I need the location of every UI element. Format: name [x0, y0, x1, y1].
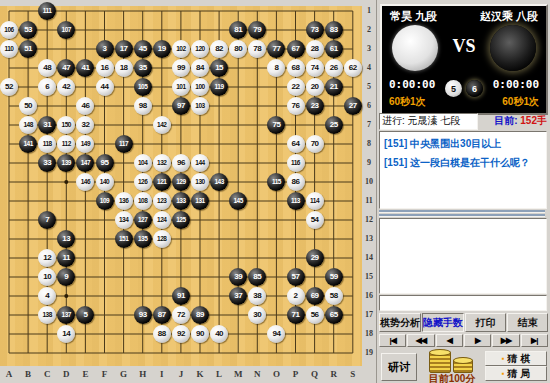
stone-black-71: 71 [287, 306, 305, 324]
stone-black-141: 141 [19, 135, 37, 153]
white-counter-ball: 5 [445, 80, 462, 97]
stone-white-54: 54 [306, 211, 324, 229]
stone-black-21: 21 [325, 78, 343, 96]
row-label-18: 18 [362, 329, 376, 338]
footer: 研讨 目前100分 ▪猜 棋 ▪猜 局 [377, 349, 550, 383]
score-label: 目前100分 [407, 372, 497, 383]
stone-black-15: 15 [210, 59, 228, 77]
stone-white-102: 102 [172, 40, 190, 58]
stone-white-101: 101 [172, 78, 190, 96]
stone-white-108: 108 [134, 192, 152, 210]
column-label-N: N [249, 369, 265, 379]
row-label-17: 17 [362, 310, 376, 319]
column-label-C: C [39, 369, 55, 379]
stone-black-83: 83 [325, 21, 343, 39]
toolbar-button-0[interactable]: 棋势分析 [379, 313, 421, 332]
stone-black-129: 129 [172, 173, 190, 191]
column-label-A: A [1, 369, 17, 379]
stone-white-142: 142 [153, 116, 171, 134]
stone-white-103: 103 [191, 97, 209, 115]
stone-white-52: 52 [0, 78, 18, 96]
stone-black-69: 69 [306, 287, 324, 305]
stone-white-140: 140 [96, 173, 114, 191]
stone-black-121: 121 [153, 173, 171, 191]
stone-black-117: 117 [115, 135, 133, 153]
row-label-7: 7 [362, 120, 376, 129]
column-label-F: F [97, 369, 113, 379]
stone-white-92: 92 [172, 325, 190, 343]
column-label-L: L [211, 369, 227, 379]
column-label-E: E [77, 369, 93, 379]
column-label-S: S [345, 369, 361, 379]
move-count: 目前: 152手 [494, 114, 547, 128]
black-byoyomi: 60秒1次 [502, 95, 539, 109]
stone-black-143: 143 [210, 173, 228, 191]
column-label-H: H [135, 369, 151, 379]
column-label-K: K [192, 369, 208, 379]
row-label-12: 12 [362, 215, 376, 224]
stone-black-17: 17 [115, 40, 133, 58]
stone-black-19: 19 [153, 40, 171, 58]
stone-black-95: 95 [96, 154, 114, 172]
guess-game-button[interactable]: ▪猜 局 [485, 366, 547, 381]
stone-black-119: 119 [210, 78, 228, 96]
column-label-P: P [288, 369, 304, 379]
stone-black-97: 97 [172, 97, 190, 115]
stone-white-64: 64 [287, 135, 305, 153]
guess-move-button[interactable]: ▪猜 棋 [485, 351, 547, 366]
stone-black-67: 67 [287, 40, 305, 58]
vcr-button-1[interactable]: ◀◀ [407, 334, 434, 347]
stone-white-28: 28 [306, 40, 324, 58]
white-player-name: 常昊 九段 [390, 9, 437, 24]
pane-splitter[interactable] [379, 209, 545, 216]
stone-black-125: 125 [172, 211, 190, 229]
players-box: 常昊 九段 赵汉乘 八段 VS 0:00:00 0:00:00 5 6 60秒1… [380, 4, 548, 115]
stone-white-44: 44 [96, 78, 114, 96]
row-label-5: 5 [362, 82, 376, 91]
stone-black-135: 135 [134, 230, 152, 248]
white-clock: 0:00:00 [389, 78, 435, 91]
row-label-16: 16 [362, 291, 376, 300]
stone-white-74: 74 [306, 59, 324, 77]
stone-white-90: 90 [191, 325, 209, 343]
toolbar-button-3[interactable]: 结束 [507, 313, 548, 332]
stone-black-35: 35 [134, 59, 152, 77]
stone-black-87: 87 [153, 306, 171, 324]
stone-white-123: 123 [153, 192, 171, 210]
stone-black-53: 53 [19, 21, 37, 39]
stone-white-22: 22 [287, 78, 305, 96]
commentary-pane[interactable]: [151] 中央黑围出30目以上[151] 这一段白棋是在干什么呢？ [379, 131, 547, 209]
stone-white-68: 68 [287, 59, 305, 77]
side-panel: 常昊 九段 赵汉乘 八段 VS 0:00:00 0:00:00 5 6 60秒1… [376, 0, 550, 383]
row-label-14: 14 [362, 253, 376, 262]
row-label-15: 15 [362, 272, 376, 281]
stone-white-82: 82 [210, 40, 228, 58]
presenter-label: 进行: [382, 115, 405, 126]
toolbar-button-2[interactable]: 打印 [465, 313, 506, 332]
toolbar-button-1[interactable]: 隐藏手数 [422, 313, 464, 332]
stone-white-100: 100 [191, 78, 209, 96]
column-label-Q: Q [307, 369, 323, 379]
vs-label: VS [382, 36, 546, 57]
stone-black-29: 29 [306, 249, 324, 267]
stone-black-109: 109 [96, 192, 114, 210]
stone-white-20: 20 [306, 78, 324, 96]
black-player-name: 赵汉乘 八段 [480, 9, 538, 24]
stone-black-23: 23 [306, 97, 324, 115]
stone-black-61: 61 [325, 40, 343, 58]
stone-black-105: 105 [134, 78, 152, 96]
stone-white-148: 148 [19, 116, 37, 134]
presenter-value: 元晟溱 七段 [405, 115, 461, 126]
column-label-J: J [173, 369, 189, 379]
coins-icon-small [453, 359, 473, 373]
stone-white-126: 126 [134, 173, 152, 191]
stone-white-132: 132 [153, 154, 171, 172]
star-point [64, 294, 68, 298]
status-row: 进行: 元晟溱 七段 目前: 152手 [379, 113, 549, 129]
chat-input[interactable] [379, 295, 547, 311]
stone-black-89: 89 [191, 306, 209, 324]
row-label-4: 4 [362, 63, 376, 72]
stone-white-56: 56 [306, 306, 324, 324]
stone-white-16: 16 [96, 59, 114, 77]
stone-white-130: 130 [191, 173, 209, 191]
toolbar: 棋势分析隐藏手数打印结束 [379, 313, 549, 332]
stone-black-113: 113 [287, 192, 305, 210]
vcr-button-5[interactable]: ▶| [521, 334, 548, 347]
stone-white-124: 124 [153, 211, 171, 229]
vcr-button-3[interactable]: ▶ [464, 334, 491, 347]
go-board[interactable]: ABCDEFGHIJKLMNOPQRS123456789101112131415… [0, 0, 376, 383]
row-label-19: 19 [362, 348, 376, 357]
stone-white-88: 88 [153, 325, 171, 343]
stone-white-98: 98 [134, 97, 152, 115]
vcr-button-2[interactable]: ◀ [436, 334, 463, 347]
stone-white-110: 110 [0, 40, 18, 58]
stone-black-3: 3 [96, 40, 114, 58]
stone-black-57: 57 [287, 268, 305, 286]
white-byoyomi: 60秒1次 [389, 95, 426, 109]
stone-black-45: 45 [134, 40, 152, 58]
row-label-6: 6 [362, 101, 376, 110]
stone-white-120: 120 [191, 40, 209, 58]
player-names: 常昊 九段 赵汉乘 八段 [382, 9, 546, 24]
row-label-11: 11 [362, 196, 376, 205]
stone-black-131: 131 [191, 192, 209, 210]
stone-black-151: 151 [115, 230, 133, 248]
stone-black-65: 65 [325, 306, 343, 324]
stone-white-136: 136 [115, 192, 133, 210]
orange-bullet-icon: ▪ [502, 354, 505, 363]
stone-white-106: 106 [0, 21, 18, 39]
stone-white-70: 70 [306, 135, 324, 153]
stone-white-26: 26 [325, 59, 343, 77]
row-label-2: 2 [362, 25, 376, 34]
stone-white-128: 128 [153, 230, 171, 248]
column-label-D: D [58, 369, 74, 379]
chat-pane[interactable] [379, 218, 547, 294]
stone-white-2: 2 [287, 287, 305, 305]
column-label-G: G [116, 369, 132, 379]
row-label-1: 1 [362, 6, 376, 15]
star-point [64, 180, 68, 184]
row-label-9: 9 [362, 158, 376, 167]
stone-white-144: 144 [191, 154, 209, 172]
row-label-13: 13 [362, 234, 376, 243]
stone-white-72: 72 [172, 306, 190, 324]
stone-white-76: 76 [287, 97, 305, 115]
stone-white-62: 62 [344, 59, 362, 77]
row-label-10: 10 [362, 177, 376, 186]
stone-black-127: 127 [134, 211, 152, 229]
stone-black-59: 59 [325, 268, 343, 286]
vcr-button-0[interactable]: |◀ [379, 334, 406, 347]
column-label-O: O [268, 369, 284, 379]
go-broadcast-window: ABCDEFGHIJKLMNOPQRS123456789101112131415… [0, 0, 550, 383]
orange-bullet-icon: ▪ [502, 369, 505, 378]
coins-icon [429, 351, 451, 373]
stone-white-58: 58 [325, 287, 343, 305]
black-clock: 0:00:00 [493, 78, 539, 91]
row-label-8: 8 [362, 139, 376, 148]
row-label-3: 3 [362, 44, 376, 53]
stone-white-86: 86 [287, 173, 305, 191]
column-label-M: M [230, 369, 246, 379]
stone-white-40: 40 [210, 325, 228, 343]
black-counter-ball: 6 [466, 80, 483, 97]
stone-white-114: 114 [306, 192, 324, 210]
stone-black-73: 73 [306, 21, 324, 39]
vcr-controls: |◀◀◀◀▶▶▶▶| [379, 334, 549, 347]
chat-line: [151] 中央黑围出30目以上 [380, 132, 546, 151]
stone-white-18: 18 [115, 59, 133, 77]
stone-black-51: 51 [19, 40, 37, 58]
stone-white-50: 50 [19, 97, 37, 115]
stone-black-25: 25 [325, 116, 343, 134]
vcr-button-4[interactable]: ▶▶ [492, 334, 519, 347]
column-label-I: I [154, 369, 170, 379]
presenter-field[interactable]: 进行: 元晟溱 七段 [379, 113, 478, 130]
stone-black-91: 91 [172, 287, 190, 305]
stone-white-99: 99 [172, 59, 190, 77]
stone-white-84: 84 [191, 59, 209, 77]
stone-white-134: 134 [115, 211, 133, 229]
column-label-R: R [326, 369, 342, 379]
column-label-B: B [20, 369, 36, 379]
stone-black-133: 133 [172, 192, 190, 210]
stone-white-96: 96 [172, 154, 190, 172]
stone-black-27: 27 [344, 97, 362, 115]
chat-line: [151] 这一段白棋是在干什么呢？ [380, 151, 546, 170]
stone-black-93: 93 [134, 306, 152, 324]
stone-white-116: 116 [287, 154, 305, 172]
stone-white-104: 104 [134, 154, 152, 172]
